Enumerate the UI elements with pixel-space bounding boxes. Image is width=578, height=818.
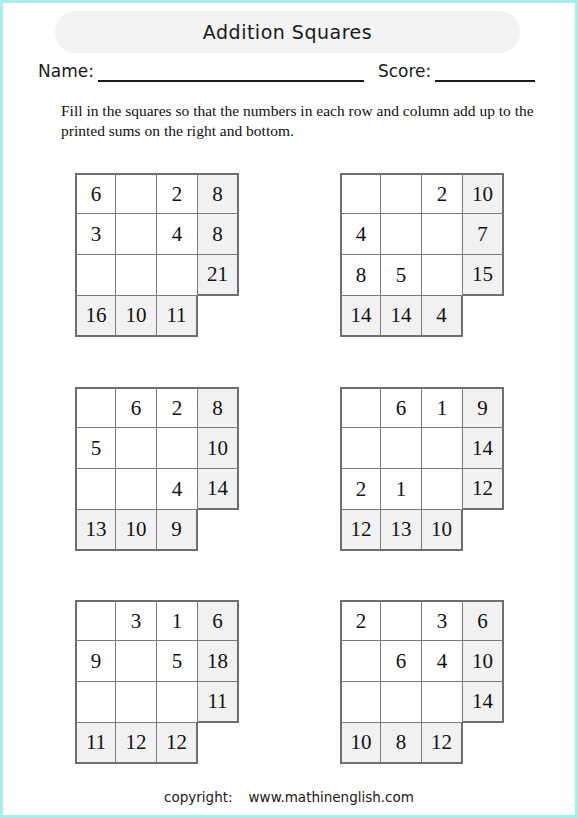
row-sum-cell: 21 bbox=[198, 255, 239, 296]
row-sum-cell: 6 bbox=[463, 600, 504, 641]
row-sum-cell: 6 bbox=[198, 600, 239, 641]
row-sum-cell: 10 bbox=[198, 428, 239, 469]
blank-cell[interactable] bbox=[422, 428, 463, 469]
col-sum-cell: 10 bbox=[422, 510, 463, 551]
row-sum-cell: 7 bbox=[463, 214, 504, 255]
given-cell: 2 bbox=[340, 600, 381, 641]
given-cell: 6 bbox=[75, 173, 116, 214]
blank-cell[interactable] bbox=[340, 428, 381, 469]
blank-cell[interactable] bbox=[422, 214, 463, 255]
page-title: Addition Squares bbox=[203, 21, 372, 43]
corner-spacer bbox=[198, 510, 239, 551]
col-sum-cell: 10 bbox=[116, 510, 157, 551]
row-sum-cell: 10 bbox=[463, 173, 504, 214]
blank-cell[interactable] bbox=[116, 173, 157, 214]
given-cell: 9 bbox=[75, 641, 116, 682]
corner-spacer bbox=[198, 723, 239, 764]
puzzle-2: 21047851514144 bbox=[340, 173, 504, 337]
blank-cell[interactable] bbox=[381, 600, 422, 641]
website-text: www.mathinenglish.com bbox=[249, 789, 414, 805]
col-sum-cell: 11 bbox=[75, 723, 116, 764]
row-sum-cell: 11 bbox=[198, 682, 239, 723]
col-sum-cell: 13 bbox=[381, 510, 422, 551]
blank-cell[interactable] bbox=[422, 255, 463, 296]
given-cell: 2 bbox=[340, 469, 381, 510]
blank-cell[interactable] bbox=[381, 428, 422, 469]
given-cell: 8 bbox=[340, 255, 381, 296]
blank-cell[interactable] bbox=[116, 469, 157, 510]
given-cell: 5 bbox=[157, 641, 198, 682]
blank-cell[interactable] bbox=[157, 255, 198, 296]
row-sum-cell: 18 bbox=[198, 641, 239, 682]
corner-spacer bbox=[463, 723, 504, 764]
worksheet-page: Addition Squares Name: Score: Fill in th… bbox=[0, 0, 578, 818]
puzzle-4: 619142112121310 bbox=[340, 387, 504, 551]
col-sum-cell: 16 bbox=[75, 296, 116, 337]
col-sum-cell: 11 bbox=[157, 296, 198, 337]
blank-cell[interactable] bbox=[75, 387, 116, 428]
blank-cell[interactable] bbox=[381, 173, 422, 214]
col-sum-cell: 14 bbox=[340, 296, 381, 337]
blank-cell[interactable] bbox=[116, 641, 157, 682]
corner-spacer bbox=[198, 296, 239, 337]
given-cell: 1 bbox=[381, 469, 422, 510]
given-cell: 3 bbox=[75, 214, 116, 255]
blank-cell[interactable] bbox=[157, 682, 198, 723]
given-cell: 6 bbox=[381, 387, 422, 428]
given-cell: 5 bbox=[381, 255, 422, 296]
puzzle-5: 316951811111212 bbox=[75, 600, 239, 764]
col-sum-cell: 14 bbox=[381, 296, 422, 337]
corner-spacer bbox=[463, 510, 504, 551]
row-sum-cell: 12 bbox=[463, 469, 504, 510]
given-cell: 2 bbox=[422, 173, 463, 214]
row-sum-cell: 10 bbox=[463, 641, 504, 682]
name-label: Name: bbox=[38, 60, 94, 82]
col-sum-cell: 10 bbox=[340, 723, 381, 764]
given-cell: 3 bbox=[116, 600, 157, 641]
col-sum-cell: 13 bbox=[75, 510, 116, 551]
blank-cell[interactable] bbox=[340, 173, 381, 214]
row-sum-cell: 8 bbox=[198, 214, 239, 255]
col-sum-cell: 12 bbox=[340, 510, 381, 551]
blank-cell[interactable] bbox=[422, 682, 463, 723]
given-cell: 2 bbox=[157, 387, 198, 428]
score-label: Score: bbox=[378, 60, 431, 82]
blank-cell[interactable] bbox=[340, 682, 381, 723]
row-sum-cell: 14 bbox=[198, 469, 239, 510]
blank-cell[interactable] bbox=[116, 214, 157, 255]
given-cell: 6 bbox=[381, 641, 422, 682]
given-cell: 1 bbox=[157, 600, 198, 641]
blank-cell[interactable] bbox=[75, 600, 116, 641]
col-sum-cell: 10 bbox=[116, 296, 157, 337]
col-sum-cell: 9 bbox=[157, 510, 198, 551]
puzzle-6: 23664101410812 bbox=[340, 600, 504, 764]
blank-cell[interactable] bbox=[157, 428, 198, 469]
blank-cell[interactable] bbox=[381, 682, 422, 723]
given-cell: 1 bbox=[422, 387, 463, 428]
col-sum-cell: 8 bbox=[381, 723, 422, 764]
given-cell: 3 bbox=[422, 600, 463, 641]
blank-cell[interactable] bbox=[116, 428, 157, 469]
blank-cell[interactable] bbox=[422, 469, 463, 510]
title-banner: Addition Squares bbox=[55, 11, 520, 53]
col-sum-cell: 12 bbox=[422, 723, 463, 764]
col-sum-cell: 12 bbox=[157, 723, 198, 764]
given-cell: 2 bbox=[157, 173, 198, 214]
given-cell: 6 bbox=[116, 387, 157, 428]
row-sum-cell: 14 bbox=[463, 428, 504, 469]
given-cell: 4 bbox=[340, 214, 381, 255]
row-sum-cell: 14 bbox=[463, 682, 504, 723]
corner-spacer bbox=[463, 296, 504, 337]
name-score-row: Name: Score: bbox=[38, 60, 548, 82]
score-input-line[interactable] bbox=[435, 60, 535, 82]
footer: copyright: www.mathinenglish.com bbox=[3, 789, 575, 805]
blank-cell[interactable] bbox=[116, 682, 157, 723]
given-cell: 4 bbox=[157, 214, 198, 255]
puzzle-3: 62851041413109 bbox=[75, 387, 239, 551]
blank-cell[interactable] bbox=[75, 682, 116, 723]
given-cell: 5 bbox=[75, 428, 116, 469]
row-sum-cell: 9 bbox=[463, 387, 504, 428]
puzzle-1: 62834821161011 bbox=[75, 173, 239, 337]
row-sum-cell: 8 bbox=[198, 387, 239, 428]
blank-cell[interactable] bbox=[116, 255, 157, 296]
copyright-label: copyright: bbox=[164, 789, 233, 805]
blank-cell[interactable] bbox=[381, 214, 422, 255]
blank-cell[interactable] bbox=[75, 255, 116, 296]
blank-cell[interactable] bbox=[340, 387, 381, 428]
col-sum-cell: 4 bbox=[422, 296, 463, 337]
blank-cell[interactable] bbox=[75, 469, 116, 510]
given-cell: 4 bbox=[157, 469, 198, 510]
name-input-line[interactable] bbox=[98, 60, 364, 82]
col-sum-cell: 12 bbox=[116, 723, 157, 764]
row-sum-cell: 8 bbox=[198, 173, 239, 214]
given-cell: 4 bbox=[422, 641, 463, 682]
instructions-text: Fill in the squares so that the numbers … bbox=[61, 101, 553, 141]
row-sum-cell: 15 bbox=[463, 255, 504, 296]
blank-cell[interactable] bbox=[340, 641, 381, 682]
